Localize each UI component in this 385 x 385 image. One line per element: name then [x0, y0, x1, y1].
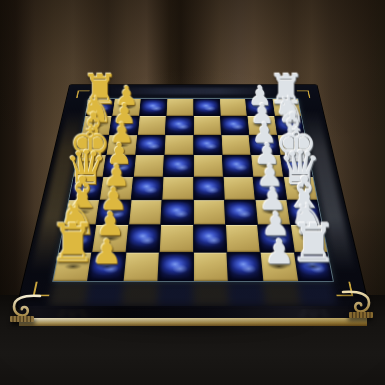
board-foot-left — [7, 293, 43, 325]
board-foot-right — [340, 289, 376, 321]
board-perspective: ♜♟♟♜♞♟♟♞♝♟♟♝♚♟♟♚♛♟♟♛♝♟♟♝♞♟♟♞♜♜♟♟♟♟♜♜ — [0, 0, 385, 385]
piece-glyph-pawn: ♟ — [79, 236, 136, 268]
piece-glyph-rook: ♜ — [285, 218, 342, 268]
board-front-edge — [19, 306, 367, 326]
front-edge-metal-rim — [19, 318, 367, 326]
photo-scene: ♜♟♟♜♞♟♟♞♝♟♟♝♚♟♟♚♛♟♟♛♝♟♟♝♞♟♟♞♜♜♟♟♟♟♜♜ — [0, 0, 385, 385]
front-edge-glossy-band — [19, 306, 367, 318]
chess-board: ♜♟♟♜♞♟♟♞♝♟♟♝♚♟♟♚♛♟♟♛♝♟♟♝♞♟♟♞♜♜♟♟♟♟♜♜ — [17, 85, 369, 308]
